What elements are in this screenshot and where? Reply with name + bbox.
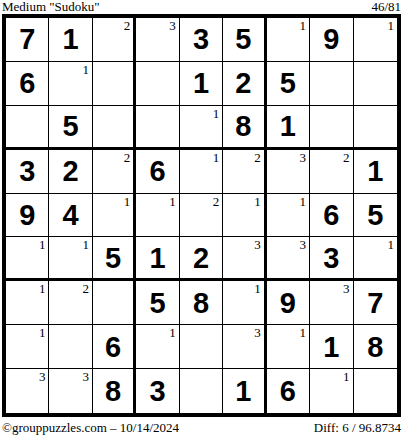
given-digit: 1: [267, 106, 309, 147]
cell-r1c2[interactable]: 1: [49, 18, 92, 62]
given-digit: 9: [310, 18, 352, 61]
cell-r7c7[interactable]: 9: [267, 281, 310, 325]
cell-r4c7[interactable]: 3: [267, 150, 310, 194]
cell-r5c8[interactable]: 6: [310, 194, 353, 238]
footer-bar: ©grouppuzzles.com – 10/14/2024 Diff: 6 /…: [0, 420, 403, 435]
pencil-mark: 1: [300, 19, 307, 32]
pencil-mark: 3: [300, 151, 307, 164]
cell-r6c5[interactable]: 2: [180, 237, 223, 281]
given-digit: 2: [180, 237, 222, 278]
pencil-mark: 2: [254, 151, 261, 164]
pencil-mark: 1: [124, 195, 131, 208]
cell-r1c7[interactable]: 1: [267, 18, 310, 62]
cell-r3c5[interactable]: 1: [180, 106, 223, 150]
remaining-counter: 46/81: [371, 0, 401, 14]
pencil-mark: 1: [387, 238, 394, 251]
cell-r3c8[interactable]: [310, 106, 353, 150]
cell-r8c9[interactable]: 8: [354, 325, 397, 369]
pencil-mark: 1: [39, 326, 46, 339]
puzzle-title: Medium "Sudoku": [2, 0, 100, 14]
cell-r5c3[interactable]: 1: [93, 194, 136, 238]
cell-r9c2[interactable]: 3: [49, 369, 92, 413]
cell-r2c6[interactable]: 2: [223, 62, 266, 106]
cell-r1c4[interactable]: 3: [136, 18, 179, 62]
pencil-mark: 1: [169, 326, 176, 339]
cell-r6c3[interactable]: 5: [93, 237, 136, 281]
cell-r1c5[interactable]: 3: [180, 18, 223, 62]
cell-r2c5[interactable]: 1: [180, 62, 223, 106]
cell-r3c4[interactable]: [136, 106, 179, 150]
given-digit: 3: [180, 18, 222, 61]
cell-r7c3[interactable]: [93, 281, 136, 325]
copyright-text: ©grouppuzzles.com – 10/14/2024: [2, 420, 179, 435]
given-digit: 3: [136, 369, 178, 413]
given-digit: 3: [310, 237, 352, 278]
cell-r3c3[interactable]: [93, 106, 136, 150]
cell-r6c6[interactable]: 3: [223, 237, 266, 281]
pencil-mark: 1: [39, 238, 46, 251]
cell-r6c1[interactable]: 1: [6, 237, 49, 281]
cell-r1c1[interactable]: 7: [6, 18, 49, 62]
cell-r8c4[interactable]: 1: [136, 325, 179, 369]
given-digit: 5: [223, 18, 263, 61]
cell-r4c8[interactable]: 2: [310, 150, 353, 194]
pencil-mark: 3: [300, 238, 307, 251]
cell-r4c1[interactable]: 3: [6, 150, 49, 194]
given-digit: 1: [136, 237, 178, 278]
cell-r8c3[interactable]: 6: [93, 325, 136, 369]
given-digit: 5: [49, 106, 91, 147]
given-digit: 5: [136, 281, 178, 324]
cell-r4c3[interactable]: 2: [93, 150, 136, 194]
cell-r7c9[interactable]: 7: [354, 281, 397, 325]
cell-r8c8[interactable]: 1: [310, 325, 353, 369]
pencil-mark: 1: [213, 151, 220, 164]
pencil-mark: 3: [169, 19, 176, 32]
given-digit: 9: [6, 194, 48, 237]
pencil-mark: 2: [343, 151, 350, 164]
given-digit: 1: [354, 150, 397, 193]
cell-r7c6[interactable]: 1: [223, 281, 266, 325]
pencil-mark: 1: [213, 107, 220, 120]
cell-r8c2[interactable]: [49, 325, 92, 369]
given-digit: 7: [354, 281, 397, 324]
cell-r6c8[interactable]: 3: [310, 237, 353, 281]
given-digit: 1: [310, 325, 352, 368]
cell-r4c2[interactable]: 2: [49, 150, 92, 194]
cell-r5c1[interactable]: 9: [6, 194, 49, 238]
difficulty-text: Diff: 6 / 96.8734: [314, 420, 401, 435]
pencil-mark: 1: [169, 195, 176, 208]
cell-r2c4[interactable]: [136, 62, 179, 106]
cell-r4c9[interactable]: 1: [354, 150, 397, 194]
pencil-mark: 1: [300, 326, 307, 339]
cell-r6c7[interactable]: 3: [267, 237, 310, 281]
cell-r5c6[interactable]: 1: [223, 194, 266, 238]
given-digit: 9: [267, 281, 309, 324]
given-digit: 6: [310, 194, 352, 237]
given-digit: 2: [223, 62, 263, 105]
cell-r4c6[interactable]: 2: [223, 150, 266, 194]
cell-r6c2[interactable]: 1: [49, 237, 92, 281]
pencil-mark: 3: [254, 238, 261, 251]
given-digit: 1: [49, 18, 91, 61]
given-digit: 5: [267, 62, 309, 105]
cell-r4c5[interactable]: 1: [180, 150, 223, 194]
cell-r3c9[interactable]: [354, 106, 397, 150]
pencil-mark: 1: [343, 370, 350, 383]
cell-r1c8[interactable]: 9: [310, 18, 353, 62]
cell-r3c6[interactable]: 8: [223, 106, 266, 150]
cell-r5c9[interactable]: 5: [354, 194, 397, 238]
cell-r2c7[interactable]: 5: [267, 62, 310, 106]
cell-r3c7[interactable]: 1: [267, 106, 310, 150]
given-digit: 6: [93, 325, 133, 368]
given-digit: 6: [267, 369, 309, 413]
cell-r9c9[interactable]: [354, 369, 397, 413]
cell-r8c1[interactable]: 1: [6, 325, 49, 369]
sudoku-board: 7123351916112551813226123219411211651151…: [2, 14, 401, 417]
pencil-mark: 1: [39, 282, 46, 295]
given-digit: 1: [223, 369, 263, 413]
cell-r2c1[interactable]: 6: [6, 62, 49, 106]
cell-r5c4[interactable]: 1: [136, 194, 179, 238]
cell-r9c7[interactable]: 6: [267, 369, 310, 413]
pencil-mark: 3: [343, 282, 350, 295]
given-digit: 1: [180, 62, 222, 105]
pencil-mark: 1: [82, 63, 89, 76]
cell-r7c5[interactable]: 8: [180, 281, 223, 325]
cell-r9c3[interactable]: 8: [93, 369, 136, 413]
given-digit: 7: [6, 18, 48, 61]
cell-r9c6[interactable]: 1: [223, 369, 266, 413]
cell-r9c1[interactable]: 3: [6, 369, 49, 413]
cell-r9c5[interactable]: [180, 369, 223, 413]
cell-r1c3[interactable]: 2: [93, 18, 136, 62]
pencil-mark: 3: [254, 326, 261, 339]
cell-r8c5[interactable]: [180, 325, 223, 369]
pencil-mark: 3: [82, 370, 89, 383]
cell-r1c9[interactable]: 1: [354, 18, 397, 62]
pencil-mark: 2: [82, 282, 89, 295]
cell-r1c6[interactable]: 5: [223, 18, 266, 62]
header-bar: Medium "Sudoku" 46/81: [0, 0, 403, 14]
cell-r6c9[interactable]: 1: [354, 237, 397, 281]
given-digit: 5: [354, 194, 397, 237]
pencil-mark: 1: [300, 195, 307, 208]
cell-r3c2[interactable]: 5: [49, 106, 92, 150]
pencil-mark: 1: [254, 282, 261, 295]
pencil-mark: 1: [82, 238, 89, 251]
cell-r4c4[interactable]: 6: [136, 150, 179, 194]
given-digit: 3: [6, 150, 48, 193]
cell-r7c8[interactable]: 3: [310, 281, 353, 325]
cell-r2c9[interactable]: [354, 62, 397, 106]
cell-r2c3[interactable]: [93, 62, 136, 106]
cell-r2c2[interactable]: 1: [49, 62, 92, 106]
cell-r5c2[interactable]: 4: [49, 194, 92, 238]
given-digit: 4: [49, 194, 91, 237]
given-digit: 6: [136, 150, 178, 193]
given-digit: 8: [93, 369, 133, 413]
given-digit: 5: [93, 237, 133, 278]
cell-r8c7[interactable]: 1: [267, 325, 310, 369]
given-digit: 2: [49, 150, 91, 193]
pencil-mark: 2: [213, 195, 220, 208]
given-digit: 6: [6, 62, 48, 105]
cell-r5c7[interactable]: 1: [267, 194, 310, 238]
pencil-mark: 3: [39, 370, 46, 383]
cell-r9c8[interactable]: 1: [310, 369, 353, 413]
cell-r3c1[interactable]: [6, 106, 49, 150]
cell-r2c8[interactable]: [310, 62, 353, 106]
cell-r6c4[interactable]: 1: [136, 237, 179, 281]
given-digit: 8: [354, 325, 397, 368]
cell-r8c6[interactable]: 3: [223, 325, 266, 369]
cell-r7c2[interactable]: 2: [49, 281, 92, 325]
cell-r7c1[interactable]: 1: [6, 281, 49, 325]
cell-r5c5[interactable]: 2: [180, 194, 223, 238]
pencil-mark: 2: [124, 19, 131, 32]
cell-r7c4[interactable]: 5: [136, 281, 179, 325]
pencil-mark: 2: [124, 151, 131, 164]
given-digit: 8: [223, 106, 263, 147]
given-digit: 8: [180, 281, 222, 324]
cell-r9c4[interactable]: 3: [136, 369, 179, 413]
pencil-mark: 1: [387, 19, 394, 32]
pencil-mark: 1: [254, 195, 261, 208]
